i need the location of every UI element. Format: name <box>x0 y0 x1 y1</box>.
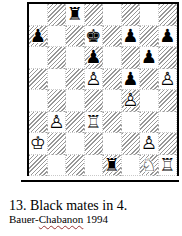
square-a5 <box>29 69 48 91</box>
square-e4 <box>103 90 122 112</box>
source-prefix: Bauer- <box>9 213 39 225</box>
square-e2 <box>103 133 122 155</box>
square-d4 <box>85 90 104 112</box>
square-g4 <box>140 90 159 112</box>
square-c8: ♜ <box>66 4 85 26</box>
square-f3 <box>122 112 141 134</box>
square-e8 <box>103 4 122 26</box>
white-pawn: ♟♙ <box>140 133 158 154</box>
square-h3 <box>159 112 178 134</box>
square-g1: ♞♘ <box>140 155 159 177</box>
source-suffix: 1994 <box>83 213 108 225</box>
square-a2: ♚♔ <box>29 133 48 155</box>
square-a6 <box>29 47 48 69</box>
square-c4 <box>66 90 85 112</box>
square-b2 <box>48 133 67 155</box>
square-b8 <box>48 4 67 26</box>
square-c2 <box>66 133 85 155</box>
square-e1: ♜ <box>103 155 122 177</box>
white-rook: ♜♖ <box>159 155 177 176</box>
square-e6 <box>103 47 122 69</box>
square-c6 <box>66 47 85 69</box>
black-rook: ♜ <box>103 155 121 176</box>
square-b7 <box>48 26 67 48</box>
spellcheck-squiggle <box>92 43 177 47</box>
square-f4: ♟♙ <box>122 90 141 112</box>
square-e3 <box>103 112 122 134</box>
square-f6 <box>122 47 141 69</box>
square-d1 <box>85 155 104 177</box>
diagram-source: Bauer-Chabanon 1994 <box>9 213 108 225</box>
square-g2: ♟♙ <box>140 133 159 155</box>
white-pawn: ♟♙ <box>122 90 140 111</box>
square-d6: ♟ <box>85 47 104 69</box>
square-h8 <box>159 4 178 26</box>
board-grid: ♜♟♚♟♟♟♟♟♙♟♟♙♟♙♟♙♜♖♚♔♟♙♜♞♘♜♖ <box>29 4 177 176</box>
spellcheck-squiggle <box>92 83 173 87</box>
chess-board: ♜♟♚♟♟♟♟♟♙♟♟♙♟♙♟♙♜♖♚♔♟♙♜♞♘♜♖ <box>27 2 179 176</box>
square-b1 <box>48 155 67 177</box>
square-h2 <box>159 133 178 155</box>
square-b4 <box>48 90 67 112</box>
board-bottom-border <box>21 180 179 182</box>
square-a1 <box>29 155 48 177</box>
black-pawn: ♟ <box>29 26 47 47</box>
square-a4 <box>29 90 48 112</box>
square-h1: ♜♖ <box>159 155 178 177</box>
square-f2 <box>122 133 141 155</box>
white-knight: ♞♘ <box>140 155 158 176</box>
square-c1 <box>66 155 85 177</box>
spellcheck-squiggle <box>40 129 103 133</box>
square-h4 <box>159 90 178 112</box>
square-d2 <box>85 133 104 155</box>
white-king: ♚♔ <box>29 133 47 154</box>
square-c5 <box>66 69 85 91</box>
square-b6 <box>48 47 67 69</box>
black-pawn: ♟ <box>85 47 103 68</box>
square-f1 <box>122 155 141 177</box>
square-g8 <box>140 4 159 26</box>
square-a8 <box>29 4 48 26</box>
square-g3 <box>140 112 159 134</box>
square-h6 <box>159 47 178 69</box>
source-misspelled-word: Chabanon <box>39 213 84 225</box>
black-rook: ♜ <box>66 4 84 25</box>
diagram-caption: 13. Black mates in 4. <box>9 198 127 214</box>
black-pawn: ♟ <box>140 47 158 68</box>
square-d8 <box>85 4 104 26</box>
square-a7: ♟ <box>29 26 48 48</box>
square-g6: ♟ <box>140 47 159 69</box>
document-page: ♜♟♚♟♟♟♟♟♙♟♟♙♟♙♟♙♜♖♚♔♟♙♜♞♘♜♖ 13. Black ma… <box>0 0 182 236</box>
square-c7 <box>66 26 85 48</box>
square-f8 <box>122 4 141 26</box>
square-b5 <box>48 69 67 91</box>
